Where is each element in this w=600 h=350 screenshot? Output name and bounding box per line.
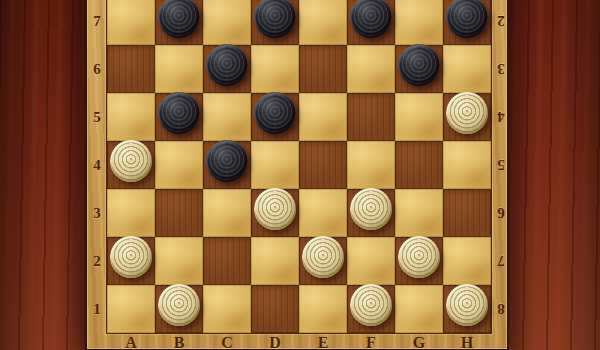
square-h4[interactable] — [443, 141, 491, 189]
square-c7[interactable] — [203, 0, 251, 45]
rank-label-right-5: 5 — [491, 141, 511, 189]
checker-white-a2[interactable] — [110, 236, 152, 278]
rank-label-right-7: 7 — [491, 237, 511, 285]
square-g7[interactable] — [395, 0, 443, 45]
square-g4[interactable] — [395, 141, 443, 189]
checker-black-b5[interactable] — [158, 92, 200, 134]
checker-white-e2[interactable] — [302, 236, 344, 278]
board-grid — [107, 0, 491, 333]
checkers-game-screen: 76543212345678ABCDEFGH — [0, 0, 600, 350]
file-label-b: B — [155, 333, 203, 350]
square-h2[interactable] — [443, 237, 491, 285]
square-e4[interactable] — [299, 141, 347, 189]
square-e5[interactable] — [299, 93, 347, 141]
rank-label-left-5: 5 — [87, 93, 107, 141]
checkers-board: 76543212345678ABCDEFGH — [85, 0, 509, 350]
square-e7[interactable] — [299, 0, 347, 45]
checker-white-a4[interactable] — [110, 140, 152, 182]
file-label-e: E — [299, 333, 347, 350]
square-c1[interactable] — [203, 285, 251, 333]
square-b3[interactable] — [155, 189, 203, 237]
square-g5[interactable] — [395, 93, 443, 141]
square-g3[interactable] — [395, 189, 443, 237]
square-a1[interactable] — [107, 285, 155, 333]
checker-black-d5[interactable] — [254, 92, 296, 134]
square-b4[interactable] — [155, 141, 203, 189]
square-f6[interactable] — [347, 45, 395, 93]
rank-label-left-6: 6 — [87, 45, 107, 93]
checker-black-c6[interactable] — [206, 44, 248, 86]
rank-label-left-7: 7 — [87, 0, 107, 45]
square-b2[interactable] — [155, 237, 203, 285]
square-b6[interactable] — [155, 45, 203, 93]
square-f2[interactable] — [347, 237, 395, 285]
square-f5[interactable] — [347, 93, 395, 141]
square-c2[interactable] — [203, 237, 251, 285]
square-g1[interactable] — [395, 285, 443, 333]
file-label-a: A — [107, 333, 155, 350]
square-e1[interactable] — [299, 285, 347, 333]
square-c3[interactable] — [203, 189, 251, 237]
square-h6[interactable] — [443, 45, 491, 93]
checker-white-f1[interactable] — [350, 284, 392, 326]
rank-label-right-4: 4 — [491, 93, 511, 141]
checker-white-b1[interactable] — [158, 284, 200, 326]
rank-label-left-4: 4 — [87, 141, 107, 189]
square-a5[interactable] — [107, 93, 155, 141]
rank-label-left-1: 1 — [87, 285, 107, 333]
rank-label-right-8: 8 — [491, 285, 511, 333]
rank-label-right-3: 3 — [491, 45, 511, 93]
square-d4[interactable] — [251, 141, 299, 189]
square-d2[interactable] — [251, 237, 299, 285]
file-label-g: G — [395, 333, 443, 350]
checker-black-c4[interactable] — [206, 140, 248, 182]
checker-black-g6[interactable] — [398, 44, 440, 86]
checker-white-f3[interactable] — [350, 188, 392, 230]
file-label-c: C — [203, 333, 251, 350]
file-label-h: H — [443, 333, 491, 350]
rank-label-right-2: 2 — [491, 0, 511, 45]
square-a6[interactable] — [107, 45, 155, 93]
file-label-d: D — [251, 333, 299, 350]
checker-white-g2[interactable] — [398, 236, 440, 278]
square-d6[interactable] — [251, 45, 299, 93]
rank-label-left-2: 2 — [87, 237, 107, 285]
rank-label-left-3: 3 — [87, 189, 107, 237]
rank-label-right-6: 6 — [491, 189, 511, 237]
square-e6[interactable] — [299, 45, 347, 93]
square-h3[interactable] — [443, 189, 491, 237]
checker-white-h5[interactable] — [446, 92, 488, 134]
file-label-f: F — [347, 333, 395, 350]
square-a3[interactable] — [107, 189, 155, 237]
square-e3[interactable] — [299, 189, 347, 237]
square-f4[interactable] — [347, 141, 395, 189]
square-d1[interactable] — [251, 285, 299, 333]
checker-white-h1[interactable] — [446, 284, 488, 326]
square-c5[interactable] — [203, 93, 251, 141]
square-a7[interactable] — [107, 0, 155, 45]
checker-white-d3[interactable] — [254, 188, 296, 230]
